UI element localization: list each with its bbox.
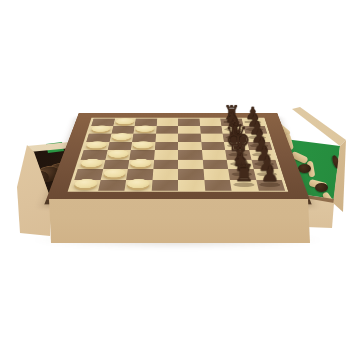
dark-piece-in-tray[interactable] — [331, 154, 341, 169]
light-chessman-in-tray[interactable] — [308, 178, 327, 189]
chessboard: ♜♟♞♟♝♟♛♟♚♟♝♟♞♟♜♟ — [46, 113, 310, 200]
light-checker-c5[interactable] — [133, 141, 153, 148]
light-checker-a3[interactable] — [80, 159, 103, 167]
pieces-layer: ♜♟♞♟♝♟♛♟♚♟♝♟♞♟♜♟ — [46, 113, 310, 200]
light-checker-a7[interactable] — [91, 125, 111, 131]
dark-pawn-h1[interactable]: ♟ — [257, 142, 284, 185]
dark-rook-g1[interactable]: ♜ — [230, 142, 257, 185]
light-checker-a5[interactable] — [86, 141, 107, 148]
light-checker-b4[interactable] — [107, 150, 128, 158]
light-checker-c1[interactable] — [127, 179, 150, 188]
chess-piece-glyph: ♟ — [261, 164, 280, 185]
dark-piece-in-tray[interactable] — [315, 183, 328, 192]
light-chessman-in-tray[interactable] — [307, 161, 316, 178]
light-checker-b8[interactable] — [115, 118, 134, 124]
light-checker-c3[interactable] — [130, 159, 152, 167]
ground-shadow — [30, 231, 325, 249]
light-checker-b6[interactable] — [111, 133, 131, 140]
light-checker-b2[interactable] — [103, 169, 126, 178]
light-checker-c7[interactable] — [135, 125, 154, 131]
light-checker-a1[interactable] — [74, 179, 98, 188]
product-photo-stage: ♜♟♞♟♝♟♛♟♚♟♝♟♞♟♜♟ — [0, 0, 350, 350]
chess-piece-glyph: ♜ — [234, 162, 255, 185]
